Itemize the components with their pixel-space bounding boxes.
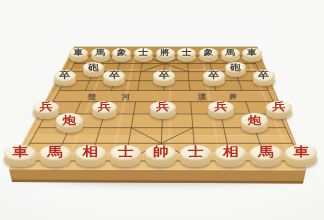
piece-red-炮[interactable]: 炮	[56, 113, 83, 133]
piece-character: 相	[82, 146, 98, 159]
piece-top-face: 象	[199, 48, 218, 58]
piece-character: 卒	[208, 71, 219, 80]
piece-character: 馬	[258, 146, 274, 159]
piece-top-face: 相	[75, 145, 106, 161]
piece-character: 卒	[159, 71, 170, 80]
piece-top-face: 卒	[153, 70, 175, 82]
piece-black-馬[interactable]: 馬	[91, 48, 110, 62]
piece-top-face: 卒	[54, 70, 76, 82]
piece-character: 炮	[63, 115, 77, 126]
piece-character: 將	[160, 49, 170, 57]
piece-character: 砲	[230, 63, 241, 72]
piece-character: 士	[188, 146, 204, 159]
piece-black-象[interactable]: 象	[199, 48, 218, 62]
piece-top-face: 車	[242, 48, 261, 58]
piece-black-砲[interactable]: 砲	[83, 62, 104, 77]
piece-red-車[interactable]: 車	[4, 145, 35, 168]
piece-character: 卒	[59, 71, 70, 80]
piece-top-face: 車	[69, 48, 88, 58]
piece-red-帥[interactable]: 帥	[145, 145, 176, 168]
piece-top-face: 士	[110, 145, 141, 161]
piece-red-車[interactable]: 車	[285, 145, 316, 168]
piece-character: 車	[293, 146, 309, 159]
piece-character: 士	[182, 49, 192, 57]
piece-top-face: 帥	[145, 145, 176, 161]
piece-character: 馬	[95, 49, 105, 57]
piece-top-face: 馬	[40, 145, 71, 161]
piece-black-士[interactable]: 士	[134, 48, 153, 62]
piece-black-卒[interactable]: 卒	[253, 70, 275, 86]
piece-character: 兵	[273, 102, 286, 113]
piece-black-車[interactable]: 車	[242, 48, 261, 62]
piece-red-士[interactable]: 士	[180, 145, 211, 168]
piece-character: 士	[139, 49, 149, 57]
piece-black-馬[interactable]: 馬	[221, 48, 240, 62]
piece-black-車[interactable]: 車	[69, 48, 88, 62]
piece-top-face: 炮	[56, 113, 83, 127]
piece-black-卒[interactable]: 卒	[103, 70, 125, 86]
piece-red-馬[interactable]: 馬	[40, 145, 71, 168]
piece-top-face: 車	[4, 145, 35, 161]
piece-top-face: 士	[180, 145, 211, 161]
piece-black-卒[interactable]: 卒	[203, 70, 225, 86]
piece-top-face: 兵	[33, 101, 59, 114]
piece-character: 相	[223, 146, 239, 159]
piece-black-卒[interactable]: 卒	[54, 70, 76, 86]
piece-character: 卒	[109, 71, 120, 80]
piece-red-兵[interactable]: 兵	[150, 101, 176, 120]
piece-black-士[interactable]: 士	[177, 48, 196, 62]
piece-top-face: 炮	[241, 113, 268, 127]
piece-character: 馬	[225, 49, 235, 57]
piece-red-相[interactable]: 相	[215, 145, 246, 168]
piece-character: 車	[12, 146, 28, 159]
piece-character: 兵	[214, 102, 227, 113]
piece-top-face: 將	[156, 48, 175, 58]
piece-character: 象	[117, 49, 127, 57]
piece-top-face: 士	[134, 48, 153, 58]
piece-red-士[interactable]: 士	[110, 145, 141, 168]
pieces-layer: 車馬象士將士象馬車砲砲卒卒卒卒卒兵兵兵兵兵炮炮車馬相士帥士相馬車	[0, 0, 324, 220]
piece-character: 馬	[47, 146, 63, 159]
piece-top-face: 卒	[203, 70, 225, 82]
piece-top-face: 砲	[83, 62, 104, 73]
piece-character: 兵	[98, 102, 111, 113]
piece-black-卒[interactable]: 卒	[153, 70, 175, 86]
piece-red-兵[interactable]: 兵	[92, 101, 118, 120]
piece-character: 卒	[258, 71, 269, 80]
piece-character: 士	[118, 146, 134, 159]
piece-top-face: 兵	[208, 101, 234, 114]
piece-black-象[interactable]: 象	[112, 48, 131, 62]
piece-character: 帥	[153, 146, 169, 159]
piece-character: 砲	[88, 63, 99, 72]
piece-top-face: 卒	[103, 70, 125, 82]
piece-top-face: 馬	[221, 48, 240, 58]
piece-red-兵[interactable]: 兵	[208, 101, 234, 120]
piece-character: 車	[247, 49, 257, 57]
piece-top-face: 砲	[225, 62, 246, 73]
piece-black-將[interactable]: 將	[156, 48, 175, 62]
piece-top-face: 兵	[266, 101, 292, 114]
piece-red-炮[interactable]: 炮	[241, 113, 268, 133]
piece-top-face: 車	[285, 145, 316, 161]
piece-character: 兵	[156, 102, 169, 113]
piece-character: 象	[204, 49, 214, 57]
piece-red-馬[interactable]: 馬	[250, 145, 281, 168]
photo-scene: 楚河漢界 車馬象士將士象馬車砲砲卒卒卒卒卒兵兵兵兵兵炮炮車馬相士帥士相馬車	[0, 0, 324, 220]
piece-top-face: 相	[215, 145, 246, 161]
piece-top-face: 兵	[92, 101, 118, 114]
piece-top-face: 馬	[91, 48, 110, 58]
piece-red-相[interactable]: 相	[75, 145, 106, 168]
piece-character: 炮	[248, 115, 262, 126]
piece-top-face: 兵	[150, 101, 176, 114]
piece-black-砲[interactable]: 砲	[225, 62, 246, 77]
piece-character: 車	[74, 49, 84, 57]
piece-top-face: 卒	[253, 70, 275, 82]
piece-red-兵[interactable]: 兵	[266, 101, 292, 120]
piece-character: 兵	[40, 102, 53, 113]
piece-top-face: 馬	[250, 145, 281, 161]
